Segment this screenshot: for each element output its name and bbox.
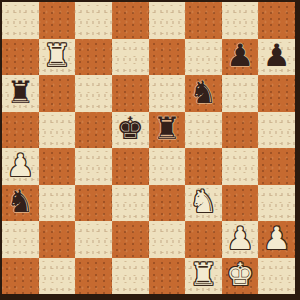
square-g7[interactable]: ♟ [222, 39, 259, 76]
square-g6[interactable] [222, 75, 259, 112]
square-c1[interactable] [75, 258, 112, 295]
square-c7[interactable] [75, 39, 112, 76]
black-pawn[interactable]: ♟ [263, 40, 291, 71]
square-e5[interactable]: ♜ [149, 112, 186, 149]
white-pawn[interactable]: ♟ [226, 223, 254, 254]
chess-board: ♜♟♟♜♞♚♜♟♞♞♟♟♜♚ [2, 2, 295, 294]
square-g3[interactable] [222, 185, 259, 222]
square-c5[interactable] [75, 112, 112, 149]
black-knight[interactable]: ♞ [190, 77, 218, 108]
square-b6[interactable] [39, 75, 76, 112]
square-d4[interactable] [112, 148, 149, 185]
square-d1[interactable] [112, 258, 149, 295]
square-h5[interactable] [258, 112, 295, 149]
square-h2[interactable]: ♟ [258, 221, 295, 258]
square-c8[interactable] [75, 2, 112, 39]
square-b3[interactable] [39, 185, 76, 222]
square-a3[interactable]: ♞ [2, 185, 39, 222]
square-a5[interactable] [2, 112, 39, 149]
black-rook[interactable]: ♜ [153, 113, 181, 144]
square-d7[interactable] [112, 39, 149, 76]
square-a2[interactable] [2, 221, 39, 258]
square-a7[interactable] [2, 39, 39, 76]
square-g2[interactable]: ♟ [222, 221, 259, 258]
square-h6[interactable] [258, 75, 295, 112]
black-pawn[interactable]: ♟ [226, 40, 254, 71]
square-b2[interactable] [39, 221, 76, 258]
square-b4[interactable] [39, 148, 76, 185]
square-c4[interactable] [75, 148, 112, 185]
square-d3[interactable] [112, 185, 149, 222]
square-g8[interactable] [222, 2, 259, 39]
white-rook[interactable]: ♜ [43, 40, 71, 71]
black-knight[interactable]: ♞ [6, 186, 34, 217]
square-a4[interactable]: ♟ [2, 148, 39, 185]
white-pawn[interactable]: ♟ [6, 150, 34, 181]
square-f5[interactable] [185, 112, 222, 149]
square-h3[interactable] [258, 185, 295, 222]
square-d8[interactable] [112, 2, 149, 39]
square-f7[interactable] [185, 39, 222, 76]
square-e3[interactable] [149, 185, 186, 222]
square-e8[interactable] [149, 2, 186, 39]
square-d6[interactable] [112, 75, 149, 112]
square-e2[interactable] [149, 221, 186, 258]
square-b8[interactable] [39, 2, 76, 39]
black-king[interactable]: ♚ [116, 113, 144, 144]
square-a8[interactable] [2, 2, 39, 39]
square-g5[interactable] [222, 112, 259, 149]
square-b5[interactable] [39, 112, 76, 149]
square-f3[interactable]: ♞ [185, 185, 222, 222]
white-knight[interactable]: ♞ [190, 186, 218, 217]
square-h7[interactable]: ♟ [258, 39, 295, 76]
square-f6[interactable]: ♞ [185, 75, 222, 112]
white-pawn[interactable]: ♟ [263, 223, 291, 254]
square-c2[interactable] [75, 221, 112, 258]
square-e7[interactable] [149, 39, 186, 76]
square-f1[interactable]: ♜ [185, 258, 222, 295]
square-h8[interactable] [258, 2, 295, 39]
square-a1[interactable] [2, 258, 39, 295]
square-f8[interactable] [185, 2, 222, 39]
white-rook[interactable]: ♜ [190, 259, 218, 290]
board-frame: ♜♟♟♜♞♚♜♟♞♞♟♟♜♚ [0, 0, 300, 300]
square-e4[interactable] [149, 148, 186, 185]
square-a6[interactable]: ♜ [2, 75, 39, 112]
black-rook[interactable]: ♜ [6, 77, 34, 108]
square-c3[interactable] [75, 185, 112, 222]
square-b7[interactable]: ♜ [39, 39, 76, 76]
square-g4[interactable] [222, 148, 259, 185]
square-b1[interactable] [39, 258, 76, 295]
white-king[interactable]: ♚ [226, 259, 254, 290]
square-d2[interactable] [112, 221, 149, 258]
square-h4[interactable] [258, 148, 295, 185]
square-f2[interactable] [185, 221, 222, 258]
square-g1[interactable]: ♚ [222, 258, 259, 295]
square-h1[interactable] [258, 258, 295, 295]
square-c6[interactable] [75, 75, 112, 112]
square-f4[interactable] [185, 148, 222, 185]
square-d5[interactable]: ♚ [112, 112, 149, 149]
square-e1[interactable] [149, 258, 186, 295]
square-e6[interactable] [149, 75, 186, 112]
